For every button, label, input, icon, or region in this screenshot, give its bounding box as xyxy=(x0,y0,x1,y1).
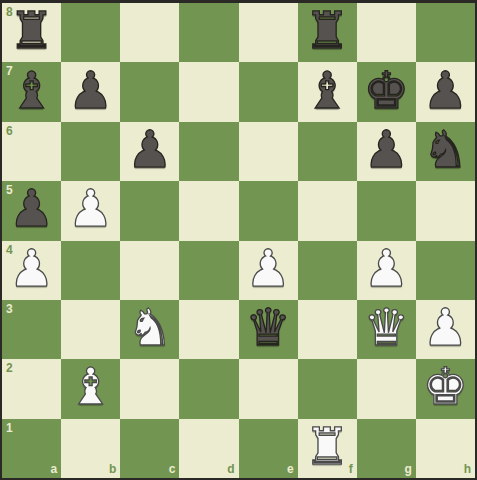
square-a5[interactable]: 5♟ xyxy=(2,181,61,240)
square-c1[interactable]: c xyxy=(120,419,179,478)
square-b6[interactable] xyxy=(61,122,120,181)
square-h4[interactable] xyxy=(416,241,475,300)
piece-black-pawn[interactable]: ♟ xyxy=(127,124,173,175)
square-c8[interactable] xyxy=(120,3,179,62)
piece-white-king[interactable]: ♚ xyxy=(423,361,469,412)
square-h3[interactable]: ♟ xyxy=(416,300,475,359)
file-label-a: a xyxy=(50,463,57,475)
square-g7[interactable]: ♚ xyxy=(357,62,416,121)
piece-white-rook[interactable]: ♜ xyxy=(304,421,350,472)
piece-black-rook[interactable]: ♜ xyxy=(9,5,55,56)
square-h8[interactable] xyxy=(416,3,475,62)
square-b2[interactable]: ♝ xyxy=(61,359,120,418)
square-a6[interactable]: 6 xyxy=(2,122,61,181)
piece-white-pawn[interactable]: ♟ xyxy=(423,302,469,353)
square-b7[interactable]: ♟ xyxy=(61,62,120,121)
square-h7[interactable]: ♟ xyxy=(416,62,475,121)
piece-black-pawn[interactable]: ♟ xyxy=(363,124,409,175)
square-d3[interactable] xyxy=(179,300,238,359)
square-c7[interactable] xyxy=(120,62,179,121)
piece-black-bishop[interactable]: ♝ xyxy=(304,65,350,116)
piece-black-knight[interactable]: ♞ xyxy=(423,124,469,175)
square-h1[interactable]: h xyxy=(416,419,475,478)
square-b3[interactable] xyxy=(61,300,120,359)
square-f4[interactable] xyxy=(298,241,357,300)
square-a4[interactable]: 4♟ xyxy=(2,241,61,300)
square-e5[interactable] xyxy=(239,181,298,240)
square-f5[interactable] xyxy=(298,181,357,240)
square-d8[interactable] xyxy=(179,3,238,62)
square-c5[interactable] xyxy=(120,181,179,240)
square-b5[interactable]: ♟ xyxy=(61,181,120,240)
rank-label-1: 1 xyxy=(6,422,13,434)
piece-black-rook[interactable]: ♜ xyxy=(304,5,350,56)
square-d4[interactable] xyxy=(179,241,238,300)
piece-white-knight[interactable]: ♞ xyxy=(127,302,173,353)
square-g6[interactable]: ♟ xyxy=(357,122,416,181)
square-e2[interactable] xyxy=(239,359,298,418)
square-h5[interactable] xyxy=(416,181,475,240)
square-f7[interactable]: ♝ xyxy=(298,62,357,121)
square-c6[interactable]: ♟ xyxy=(120,122,179,181)
file-label-g: g xyxy=(405,463,412,475)
square-f3[interactable] xyxy=(298,300,357,359)
square-f2[interactable] xyxy=(298,359,357,418)
file-label-h: h xyxy=(464,463,471,475)
rank-label-2: 2 xyxy=(6,362,13,374)
chess-board: 8♜♜7♝♟♝♚♟6♟♟♞5♟♟4♟♟♟3♞♛♛♟2♝♚1abcdef♜gh xyxy=(0,0,477,480)
square-d7[interactable] xyxy=(179,62,238,121)
piece-black-pawn[interactable]: ♟ xyxy=(423,65,469,116)
file-label-c: c xyxy=(169,463,176,475)
square-b1[interactable]: b xyxy=(61,419,120,478)
piece-white-bishop[interactable]: ♝ xyxy=(68,361,114,412)
piece-white-queen[interactable]: ♛ xyxy=(363,302,409,353)
file-label-b: b xyxy=(109,463,116,475)
piece-white-pawn[interactable]: ♟ xyxy=(245,243,291,294)
square-a8[interactable]: 8♜ xyxy=(2,3,61,62)
square-g3[interactable]: ♛ xyxy=(357,300,416,359)
square-h6[interactable]: ♞ xyxy=(416,122,475,181)
square-c2[interactable] xyxy=(120,359,179,418)
square-c3[interactable]: ♞ xyxy=(120,300,179,359)
square-a2[interactable]: 2 xyxy=(2,359,61,418)
square-d6[interactable] xyxy=(179,122,238,181)
square-e1[interactable]: e xyxy=(239,419,298,478)
piece-black-pawn[interactable]: ♟ xyxy=(68,65,114,116)
file-label-d: d xyxy=(227,463,234,475)
square-e3[interactable]: ♛ xyxy=(239,300,298,359)
square-e4[interactable]: ♟ xyxy=(239,241,298,300)
square-a3[interactable]: 3 xyxy=(2,300,61,359)
piece-black-bishop[interactable]: ♝ xyxy=(9,65,55,116)
square-c4[interactable] xyxy=(120,241,179,300)
square-b8[interactable] xyxy=(61,3,120,62)
square-e8[interactable] xyxy=(239,3,298,62)
rank-label-3: 3 xyxy=(6,303,13,315)
square-g8[interactable] xyxy=(357,3,416,62)
square-e6[interactable] xyxy=(239,122,298,181)
square-g4[interactable]: ♟ xyxy=(357,241,416,300)
square-a1[interactable]: 1a xyxy=(2,419,61,478)
square-f6[interactable] xyxy=(298,122,357,181)
square-g2[interactable] xyxy=(357,359,416,418)
piece-white-pawn[interactable]: ♟ xyxy=(9,243,55,294)
file-label-e: e xyxy=(287,463,294,475)
square-g1[interactable]: g xyxy=(357,419,416,478)
piece-black-queen[interactable]: ♛ xyxy=(245,302,291,353)
rank-label-6: 6 xyxy=(6,125,13,137)
square-d2[interactable] xyxy=(179,359,238,418)
piece-white-pawn[interactable]: ♟ xyxy=(68,183,114,234)
square-d1[interactable]: d xyxy=(179,419,238,478)
square-b4[interactable] xyxy=(61,241,120,300)
piece-black-king[interactable]: ♚ xyxy=(363,65,409,116)
square-f8[interactable]: ♜ xyxy=(298,3,357,62)
piece-black-pawn[interactable]: ♟ xyxy=(9,183,55,234)
square-h2[interactable]: ♚ xyxy=(416,359,475,418)
square-f1[interactable]: f♜ xyxy=(298,419,357,478)
piece-white-pawn[interactable]: ♟ xyxy=(363,243,409,294)
square-g5[interactable] xyxy=(357,181,416,240)
square-d5[interactable] xyxy=(179,181,238,240)
square-a7[interactable]: 7♝ xyxy=(2,62,61,121)
square-e7[interactable] xyxy=(239,62,298,121)
